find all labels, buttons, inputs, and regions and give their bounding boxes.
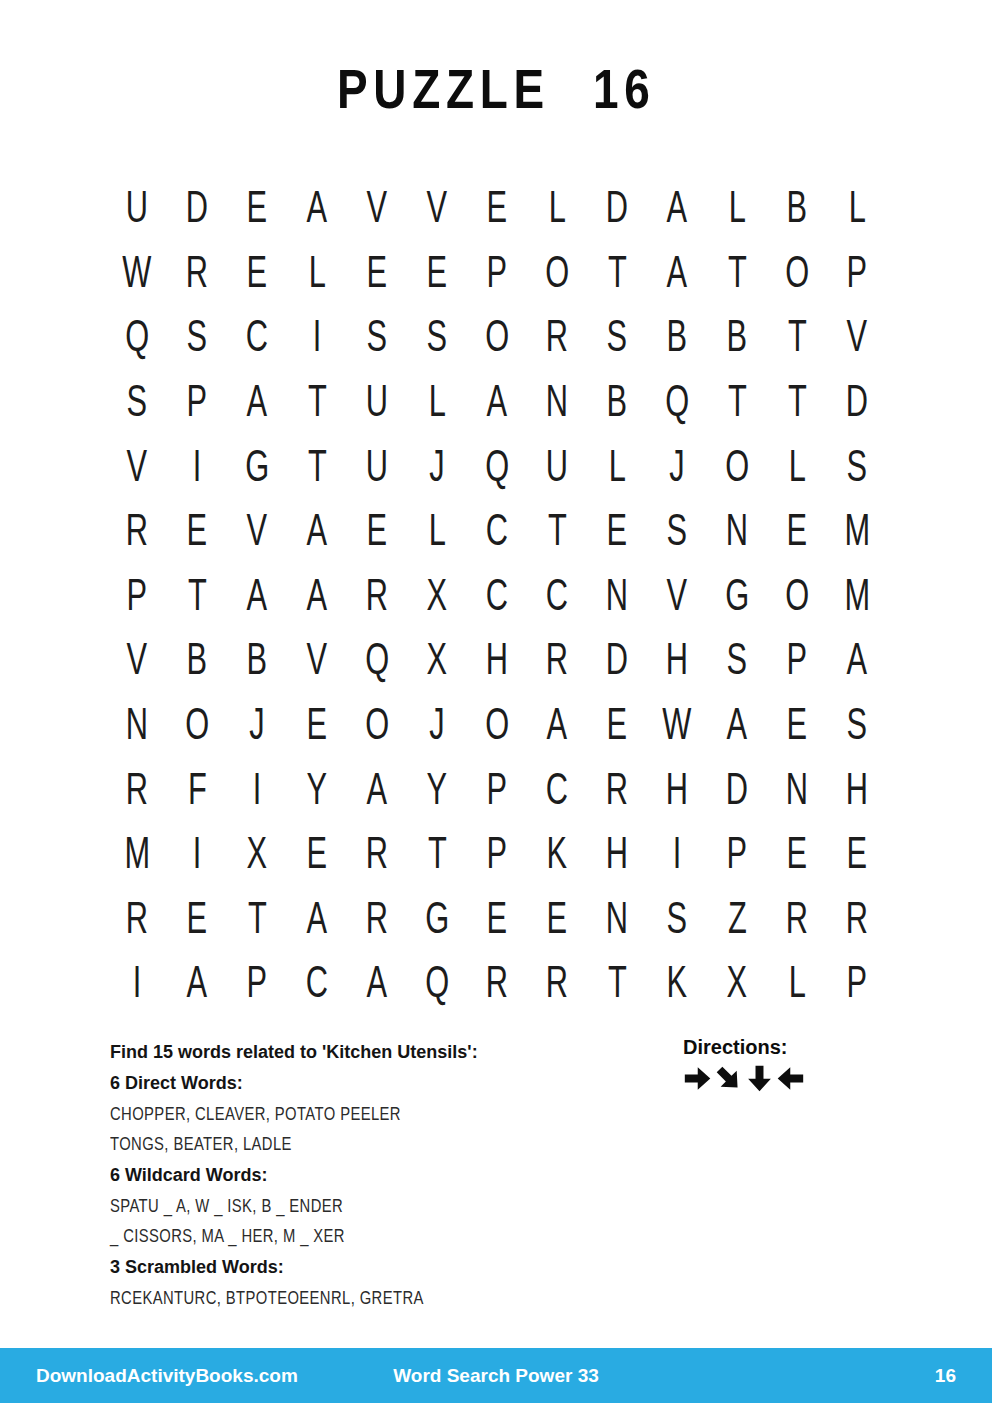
grid-cell-r10c1: R xyxy=(107,756,167,821)
grid-cell-r5c3: G xyxy=(227,433,287,498)
grid-cell-r1c9: D xyxy=(587,175,647,240)
grid-cell-r9c5: O xyxy=(347,692,407,757)
grid-cell-r3c10: B xyxy=(647,304,707,369)
puzzle-page: PUZZLE 16 UDEAVVELDALBLWRELEEPOTATOPQSCI… xyxy=(0,0,992,1403)
grid-cell-r1c13: L xyxy=(827,175,887,240)
grid-cell-r11c7: P xyxy=(467,821,527,886)
grid-cell-r8c9: D xyxy=(587,627,647,692)
grid-cell-r1c11: L xyxy=(707,175,767,240)
grid-cell-r7c9: N xyxy=(587,563,647,628)
grid-cell-r12c10: S xyxy=(647,886,707,951)
grid-cell-r8c7: H xyxy=(467,627,527,692)
grid-cell-r1c2: D xyxy=(167,175,227,240)
grid-cell-r4c9: B xyxy=(587,369,647,434)
grid-cell-r3c2: S xyxy=(167,304,227,369)
grid-cell-r5c6: J xyxy=(407,433,467,498)
grid-cell-r4c1: S xyxy=(107,369,167,434)
grid-cell-r12c4: A xyxy=(287,886,347,951)
grid-cell-r1c1: U xyxy=(107,175,167,240)
grid-cell-r2c8: O xyxy=(527,240,587,305)
direct-words-line-1: CHOPPER, CLEAVER, POTATO PEELER xyxy=(110,1098,502,1129)
grid-cell-r6c11: N xyxy=(707,498,767,563)
grid-cell-r6c9: E xyxy=(587,498,647,563)
grid-cell-r10c13: H xyxy=(827,756,887,821)
grid-cell-r8c2: B xyxy=(167,627,227,692)
grid-cell-r1c10: A xyxy=(647,175,707,240)
grid-cell-r10c2: F xyxy=(167,756,227,821)
grid-cell-r7c11: G xyxy=(707,563,767,628)
grid-cell-r8c3: B xyxy=(227,627,287,692)
grid-cell-r12c6: G xyxy=(407,886,467,951)
find-words-label: Find 15 words related to 'Kitchen Utensi… xyxy=(110,1037,502,1068)
grid-cell-r13c8: R xyxy=(527,950,587,1015)
wildcard-words-line-1: SPATU _ A, W _ ISK, B _ ENDER xyxy=(110,1190,502,1221)
grid-cell-r11c9: H xyxy=(587,821,647,886)
grid-cell-r6c2: E xyxy=(167,498,227,563)
directions-label: Directions: xyxy=(683,1036,807,1059)
grid-cell-r1c3: E xyxy=(227,175,287,240)
grid-cell-r10c3: I xyxy=(227,756,287,821)
grid-cell-r3c1: Q xyxy=(107,304,167,369)
grid-cell-r11c11: P xyxy=(707,821,767,886)
page-title-text: PUZZLE 16 xyxy=(337,56,656,121)
grid-cell-r11c1: M xyxy=(107,821,167,886)
grid-cell-r4c10: Q xyxy=(647,369,707,434)
grid-cell-r2c2: R xyxy=(167,240,227,305)
grid-cell-r7c6: X xyxy=(407,563,467,628)
wildcard-words-heading: 6 Wildcard Words: xyxy=(110,1160,502,1191)
grid-cell-r11c3: X xyxy=(227,821,287,886)
grid-cell-r7c3: A xyxy=(227,563,287,628)
grid-cell-r11c12: E xyxy=(767,821,827,886)
grid-cell-r3c7: O xyxy=(467,304,527,369)
grid-cell-r4c7: A xyxy=(467,369,527,434)
grid-cell-r3c9: S xyxy=(587,304,647,369)
scrambled-words-heading: 3 Scrambled Words: xyxy=(110,1252,502,1283)
grid-cell-r8c5: Q xyxy=(347,627,407,692)
grid-cell-r2c11: T xyxy=(707,240,767,305)
grid-cell-r6c13: M xyxy=(827,498,887,563)
grid-cell-r13c6: Q xyxy=(407,950,467,1015)
grid-cell-r13c9: T xyxy=(587,950,647,1015)
grid-cell-r1c12: B xyxy=(767,175,827,240)
grid-cell-r11c6: T xyxy=(407,821,467,886)
grid-cell-r9c6: J xyxy=(407,692,467,757)
grid-cell-r7c10: V xyxy=(647,563,707,628)
arrow-left-icon xyxy=(776,1064,805,1093)
grid-cell-r13c12: L xyxy=(767,950,827,1015)
grid-cell-r9c13: S xyxy=(827,692,887,757)
grid-cell-r12c9: N xyxy=(587,886,647,951)
grid-cell-r7c7: C xyxy=(467,563,527,628)
word-search-grid: UDEAVVELDALBLWRELEEPOTATOPQSCISSORSBBTVS… xyxy=(107,175,887,1015)
footer-bar: DownloadActivityBooks.com Word Search Po… xyxy=(0,1348,992,1403)
arrow-down-icon xyxy=(745,1064,774,1093)
grid-cell-r10c5: A xyxy=(347,756,407,821)
grid-cell-r7c2: T xyxy=(167,563,227,628)
grid-cell-r10c8: C xyxy=(527,756,587,821)
grid-cell-r6c6: L xyxy=(407,498,467,563)
grid-cell-r4c13: D xyxy=(827,369,887,434)
grid-cell-r8c4: V xyxy=(287,627,347,692)
grid-cell-r2c9: T xyxy=(587,240,647,305)
grid-cell-r11c2: I xyxy=(167,821,227,886)
grid-cell-r1c7: E xyxy=(467,175,527,240)
grid-cell-r11c5: R xyxy=(347,821,407,886)
grid-cell-r12c7: E xyxy=(467,886,527,951)
grid-cell-r13c4: C xyxy=(287,950,347,1015)
grid-cell-r6c3: V xyxy=(227,498,287,563)
grid-cell-r9c2: O xyxy=(167,692,227,757)
grid-cell-r5c7: Q xyxy=(467,433,527,498)
grid-cell-r9c9: E xyxy=(587,692,647,757)
grid-cell-r5c1: V xyxy=(107,433,167,498)
grid-cell-r5c11: O xyxy=(707,433,767,498)
grid-cell-r7c1: P xyxy=(107,563,167,628)
grid-cell-r11c10: I xyxy=(647,821,707,886)
grid-cell-r10c10: H xyxy=(647,756,707,821)
scrambled-words-line-1: RCEKANTURC, BTPOTEOEENRL, GRETRA xyxy=(110,1283,502,1314)
grid-cell-r7c12: O xyxy=(767,563,827,628)
grid-cell-r9c4: E xyxy=(287,692,347,757)
grid-cell-r5c13: S xyxy=(827,433,887,498)
grid-cell-r9c12: E xyxy=(767,692,827,757)
grid-cell-r2c13: P xyxy=(827,240,887,305)
grid-cell-r2c7: P xyxy=(467,240,527,305)
grid-cell-r6c12: E xyxy=(767,498,827,563)
grid-cell-r3c12: T xyxy=(767,304,827,369)
grid-cell-r8c12: P xyxy=(767,627,827,692)
grid-cell-r1c4: A xyxy=(287,175,347,240)
footer-book-title: Word Search Power 33 xyxy=(0,1365,992,1387)
grid-cell-r10c7: P xyxy=(467,756,527,821)
grid-cell-r3c13: V xyxy=(827,304,887,369)
grid-cell-r2c4: L xyxy=(287,240,347,305)
grid-cell-r13c13: P xyxy=(827,950,887,1015)
grid-cell-r4c5: U xyxy=(347,369,407,434)
grid-cell-r2c6: E xyxy=(407,240,467,305)
grid-cell-r3c4: I xyxy=(287,304,347,369)
grid-cell-r7c8: C xyxy=(527,563,587,628)
grid-cell-r8c13: A xyxy=(827,627,887,692)
grid-cell-r5c9: L xyxy=(587,433,647,498)
grid-cell-r8c10: H xyxy=(647,627,707,692)
grid-cell-r8c1: V xyxy=(107,627,167,692)
grid-cell-r3c3: C xyxy=(227,304,287,369)
grid-cell-r11c4: E xyxy=(287,821,347,886)
grid-cell-r12c2: E xyxy=(167,886,227,951)
grid-cell-r6c7: C xyxy=(467,498,527,563)
grid-cell-r13c5: A xyxy=(347,950,407,1015)
grid-cell-r8c6: X xyxy=(407,627,467,692)
direct-words-heading: 6 Direct Words: xyxy=(110,1068,502,1099)
page-title: PUZZLE 16 xyxy=(0,56,992,121)
grid-cell-r5c10: J xyxy=(647,433,707,498)
grid-cell-r4c11: T xyxy=(707,369,767,434)
grid-cell-r12c1: R xyxy=(107,886,167,951)
clues-panel: Find 15 words related to 'Kitchen Utensi… xyxy=(110,1037,502,1313)
grid-cell-r4c6: L xyxy=(407,369,467,434)
footer-page-number: 16 xyxy=(935,1365,956,1387)
grid-cell-r3c6: S xyxy=(407,304,467,369)
grid-cell-r13c2: A xyxy=(167,950,227,1015)
grid-cell-r5c4: T xyxy=(287,433,347,498)
grid-cell-r2c10: A xyxy=(647,240,707,305)
grid-cell-r12c11: Z xyxy=(707,886,767,951)
grid-cell-r9c10: W xyxy=(647,692,707,757)
grid-cell-r7c5: R xyxy=(347,563,407,628)
grid-cell-r1c8: L xyxy=(527,175,587,240)
grid-cell-r6c8: T xyxy=(527,498,587,563)
directions-panel: Directions: xyxy=(683,1036,807,1093)
grid-cell-r3c5: S xyxy=(347,304,407,369)
grid-cell-r13c3: P xyxy=(227,950,287,1015)
grid-cell-r9c7: O xyxy=(467,692,527,757)
grid-cell-r2c12: O xyxy=(767,240,827,305)
grid-cell-r7c4: A xyxy=(287,563,347,628)
grid-cell-r13c11: X xyxy=(707,950,767,1015)
grid-cell-r10c11: D xyxy=(707,756,767,821)
grid-cell-r5c5: U xyxy=(347,433,407,498)
grid-cell-r9c11: A xyxy=(707,692,767,757)
grid-cell-r10c12: N xyxy=(767,756,827,821)
arrow-down-right-icon xyxy=(708,1058,749,1099)
grid-cell-r3c11: B xyxy=(707,304,767,369)
grid-cell-r12c13: R xyxy=(827,886,887,951)
grid-cell-r12c12: R xyxy=(767,886,827,951)
grid-cell-r6c5: E xyxy=(347,498,407,563)
grid-cell-r9c8: A xyxy=(527,692,587,757)
grid-cell-r1c5: V xyxy=(347,175,407,240)
grid-cell-r9c1: N xyxy=(107,692,167,757)
grid-cell-r4c8: N xyxy=(527,369,587,434)
grid-cell-r5c8: U xyxy=(527,433,587,498)
grid-cell-r2c5: E xyxy=(347,240,407,305)
grid-cell-r4c4: T xyxy=(287,369,347,434)
grid-cell-r13c7: R xyxy=(467,950,527,1015)
grid-cell-r7c13: M xyxy=(827,563,887,628)
direction-arrows xyxy=(683,1064,807,1093)
grid-cell-r12c8: E xyxy=(527,886,587,951)
grid-cell-r1c6: V xyxy=(407,175,467,240)
grid-cell-r12c3: T xyxy=(227,886,287,951)
grid-cell-r3c8: R xyxy=(527,304,587,369)
grid-cell-r10c9: R xyxy=(587,756,647,821)
grid-cell-r10c4: Y xyxy=(287,756,347,821)
grid-cell-r8c11: S xyxy=(707,627,767,692)
wildcard-words-line-2: _ CISSORS, MA _ HER, M _ XER xyxy=(110,1221,502,1252)
grid-cell-r5c12: L xyxy=(767,433,827,498)
grid-cell-r4c2: P xyxy=(167,369,227,434)
grid-cell-r6c10: S xyxy=(647,498,707,563)
grid-cell-r5c2: I xyxy=(167,433,227,498)
grid-cell-r11c8: K xyxy=(527,821,587,886)
direct-words-line-2: TONGS, BEATER, LADLE xyxy=(110,1129,502,1160)
grid-cell-r6c1: R xyxy=(107,498,167,563)
grid-cell-r9c3: J xyxy=(227,692,287,757)
grid-cell-r4c12: T xyxy=(767,369,827,434)
grid-cell-r4c3: A xyxy=(227,369,287,434)
grid-cell-r13c1: I xyxy=(107,950,167,1015)
grid-cell-r10c6: Y xyxy=(407,756,467,821)
grid-cell-r2c3: E xyxy=(227,240,287,305)
grid-cell-r12c5: R xyxy=(347,886,407,951)
grid-cell-r2c1: W xyxy=(107,240,167,305)
grid-cell-r13c10: K xyxy=(647,950,707,1015)
grid-cell-r8c8: R xyxy=(527,627,587,692)
grid-cell-r11c13: E xyxy=(827,821,887,886)
grid-cell-r6c4: A xyxy=(287,498,347,563)
